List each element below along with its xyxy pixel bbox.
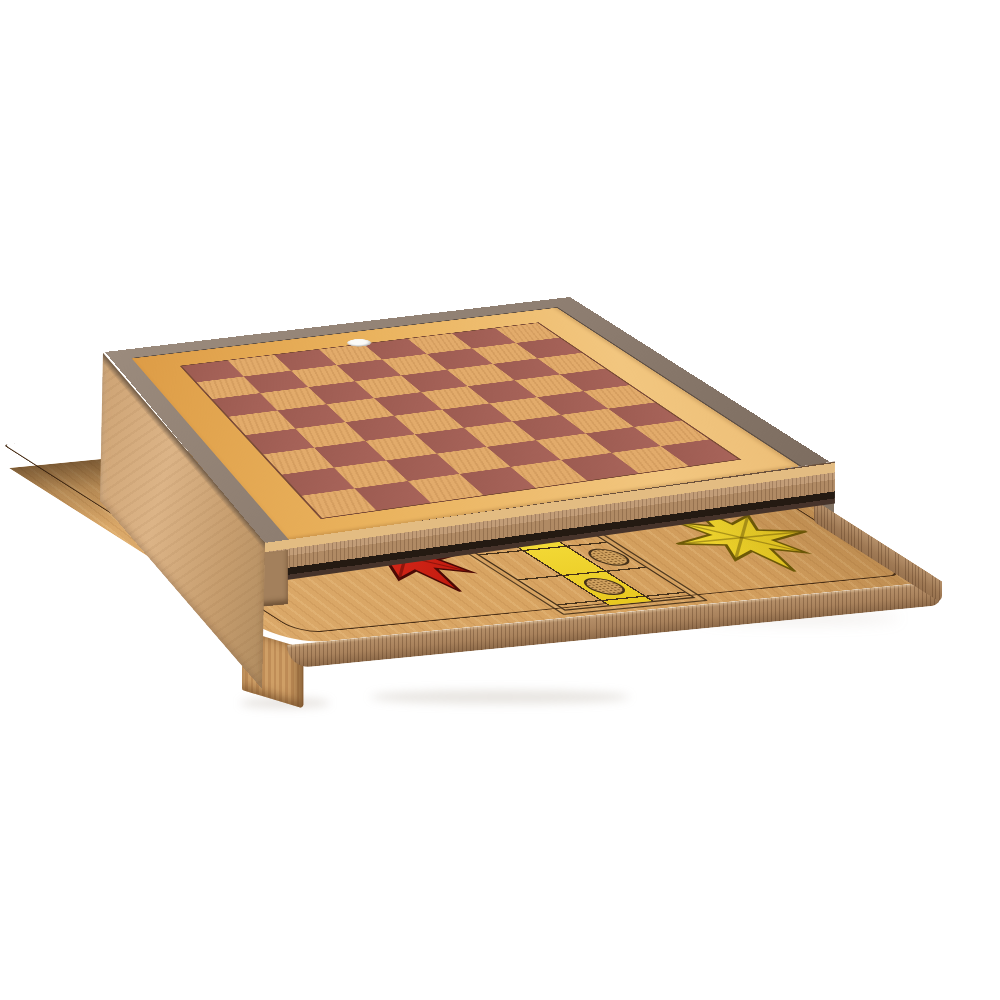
drawer-drop-shadow: [370, 690, 630, 704]
ludo-hatched-circle: [580, 547, 638, 567]
product-photo-game-box: [0, 0, 1000, 1000]
ludo-hatched-circle: [576, 577, 634, 597]
